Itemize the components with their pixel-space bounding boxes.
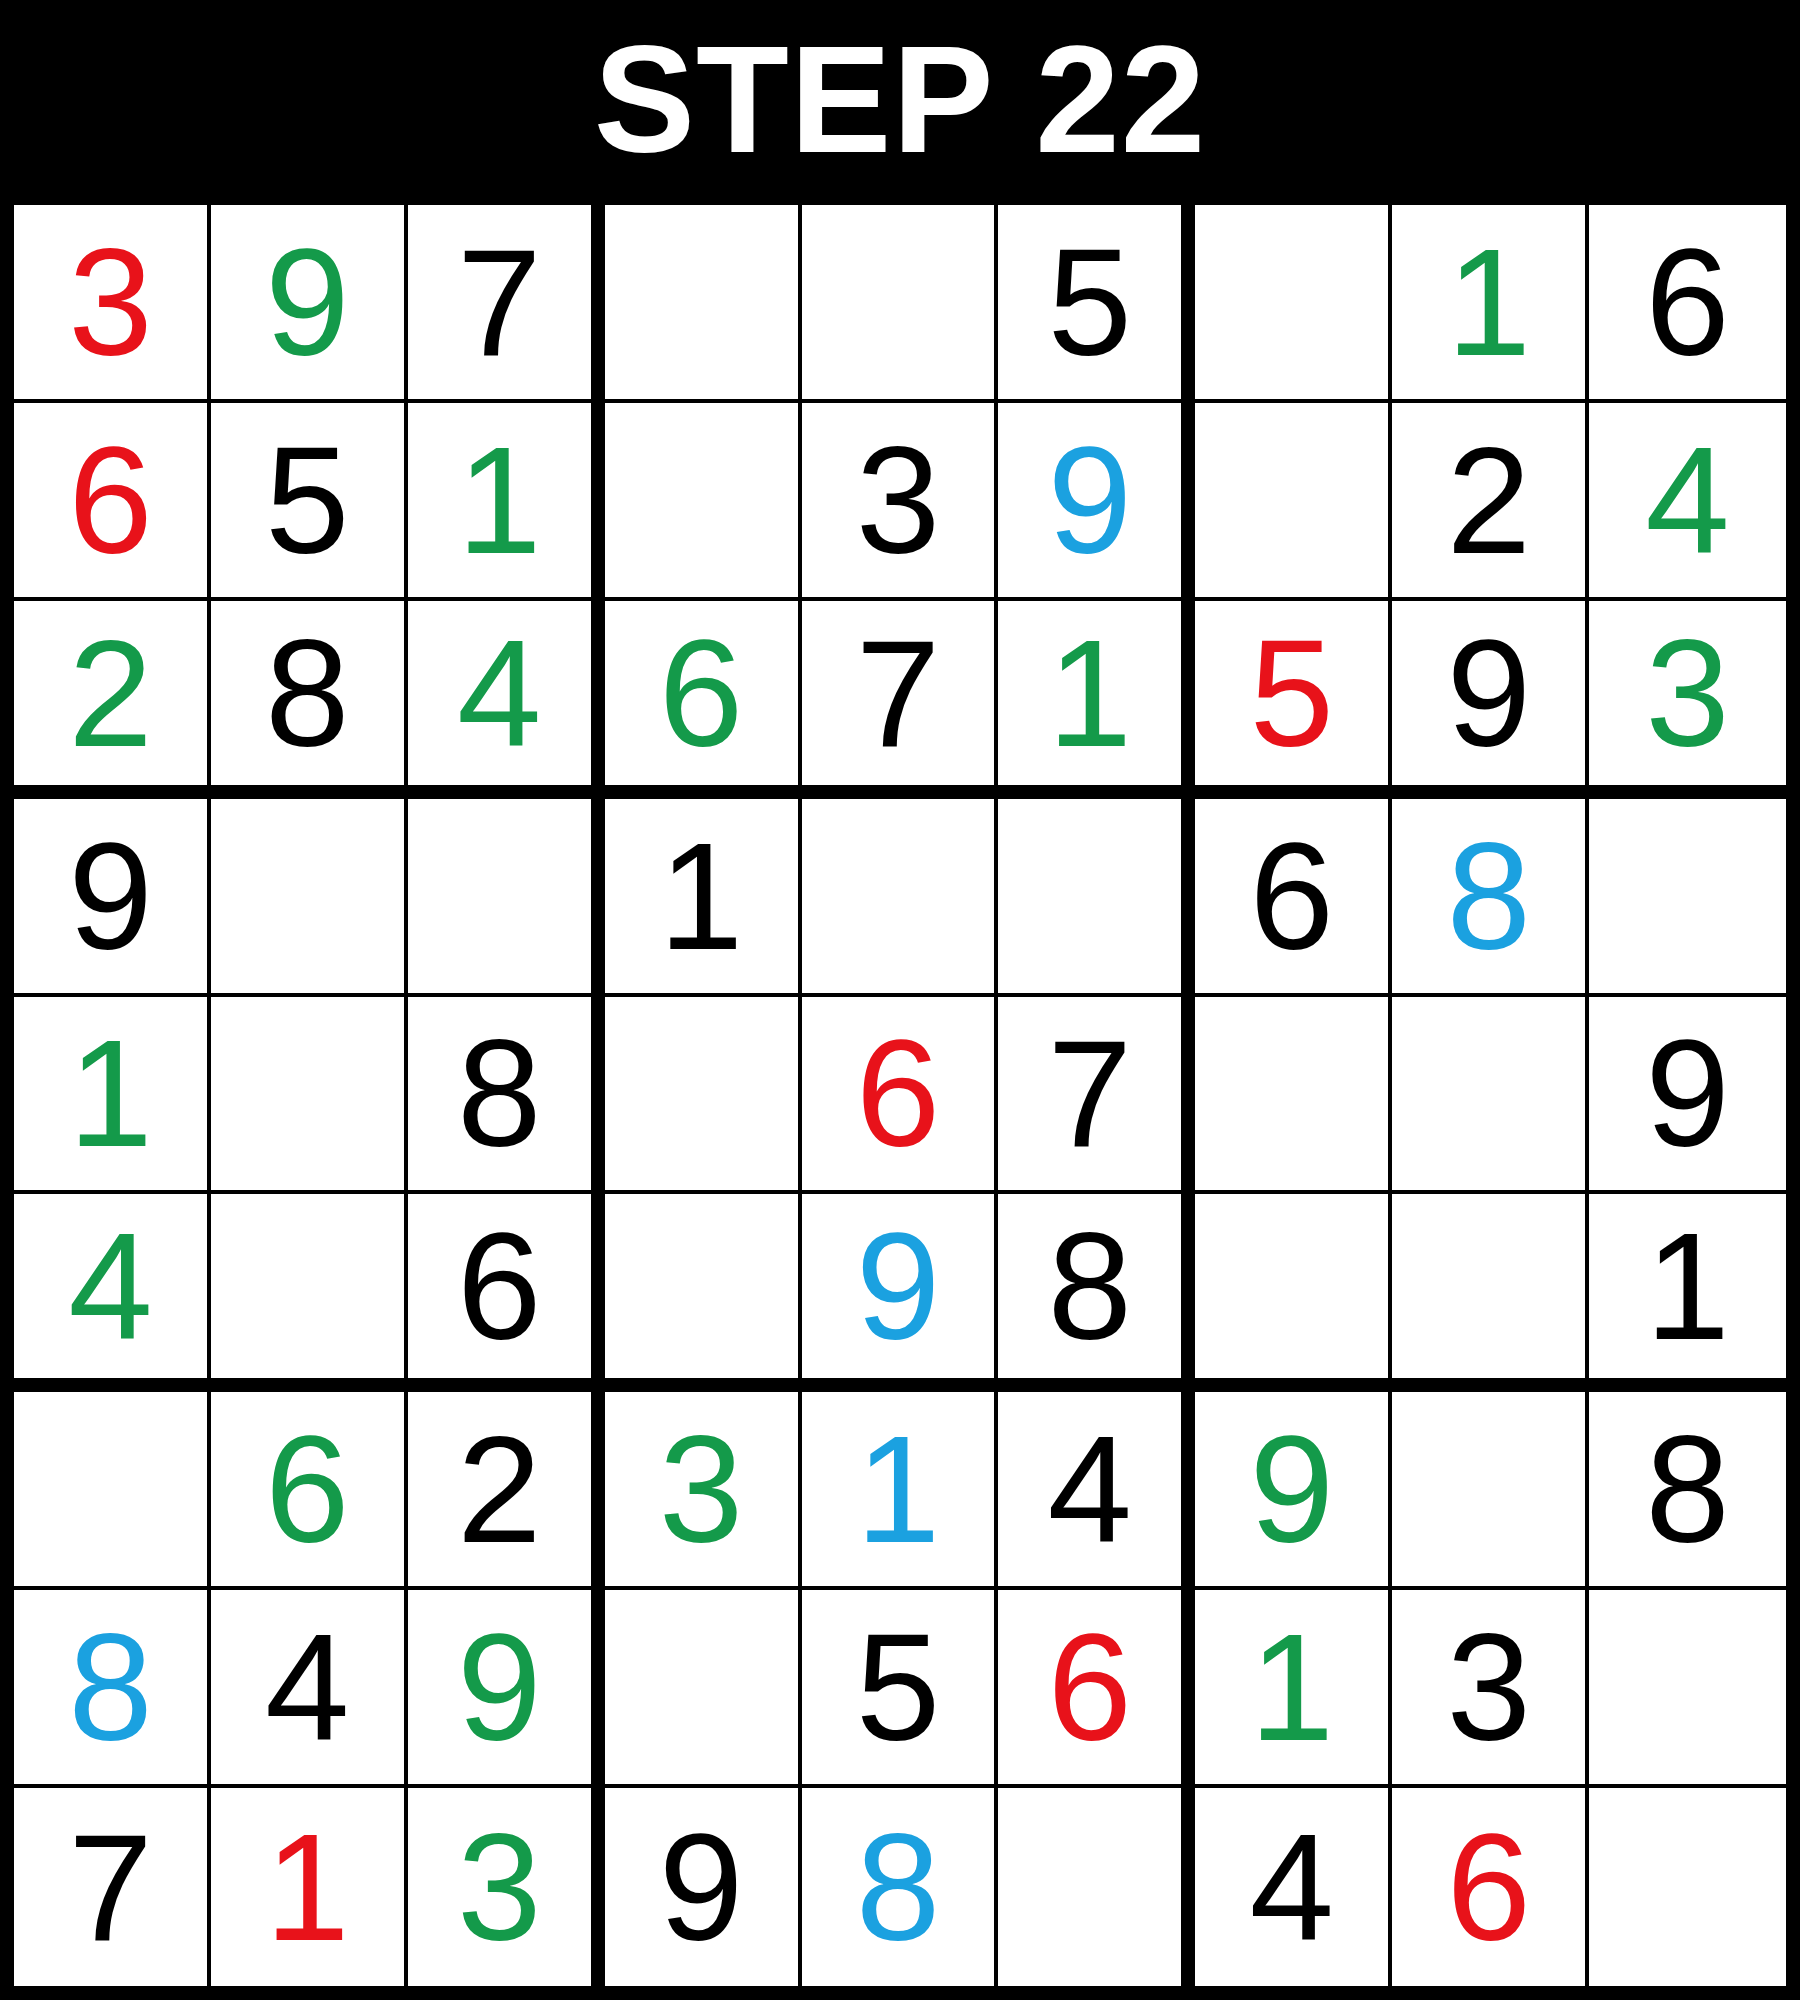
- cell-r3c9[interactable]: 3: [1589, 601, 1786, 799]
- cell-r9c9[interactable]: [1589, 1788, 1786, 1986]
- cell-r9c8[interactable]: 6: [1392, 1788, 1589, 1986]
- cell-r7c2[interactable]: 6: [211, 1392, 408, 1590]
- cell-r1c1[interactable]: 3: [14, 205, 211, 403]
- cell-r7c6[interactable]: 4: [998, 1392, 1195, 1590]
- cell-r4c9[interactable]: [1589, 799, 1786, 997]
- cell-r8c8[interactable]: 3: [1392, 1590, 1589, 1788]
- sudoku-board: 3975166513924284671593916818679469816231…: [0, 205, 1800, 2000]
- cell-r5c1[interactable]: 1: [14, 997, 211, 1195]
- cell-r1c7[interactable]: [1195, 205, 1392, 403]
- cell-r4c6[interactable]: [998, 799, 1195, 997]
- cell-r2c7[interactable]: [1195, 403, 1392, 601]
- cell-r1c3[interactable]: 7: [408, 205, 605, 403]
- cell-r2c1[interactable]: 6: [14, 403, 211, 601]
- cell-r4c8[interactable]: 8: [1392, 799, 1589, 997]
- cell-r1c2[interactable]: 9: [211, 205, 408, 403]
- cell-r4c2[interactable]: [211, 799, 408, 997]
- cell-r6c3[interactable]: 6: [408, 1194, 605, 1392]
- cell-r2c8[interactable]: 2: [1392, 403, 1589, 601]
- cell-r4c3[interactable]: [408, 799, 605, 997]
- cell-r6c1[interactable]: 4: [14, 1194, 211, 1392]
- cell-r7c9[interactable]: 8: [1589, 1392, 1786, 1590]
- sudoku-page: STEP 22 39751665139242846715939168186794…: [0, 0, 1800, 2000]
- cell-r9c3[interactable]: 3: [408, 1788, 605, 1986]
- cell-r5c6[interactable]: 7: [998, 997, 1195, 1195]
- cell-r7c4[interactable]: 3: [605, 1392, 802, 1590]
- cell-r7c1[interactable]: [14, 1392, 211, 1590]
- cell-r6c7[interactable]: [1195, 1194, 1392, 1392]
- cell-r1c9[interactable]: 6: [1589, 205, 1786, 403]
- cell-r6c4[interactable]: [605, 1194, 802, 1392]
- cell-r2c2[interactable]: 5: [211, 403, 408, 601]
- title-bar: STEP 22: [0, 0, 1800, 205]
- cell-r6c5[interactable]: 9: [802, 1194, 999, 1392]
- cell-r9c4[interactable]: 9: [605, 1788, 802, 1986]
- cell-r6c6[interactable]: 8: [998, 1194, 1195, 1392]
- cell-r3c5[interactable]: 7: [802, 601, 999, 799]
- cell-r5c7[interactable]: [1195, 997, 1392, 1195]
- cell-r3c3[interactable]: 4: [408, 601, 605, 799]
- cell-r8c5[interactable]: 5: [802, 1590, 999, 1788]
- cell-r9c2[interactable]: 1: [211, 1788, 408, 1986]
- cell-r2c4[interactable]: [605, 403, 802, 601]
- cell-r8c4[interactable]: [605, 1590, 802, 1788]
- cell-r2c3[interactable]: 1: [408, 403, 605, 601]
- cell-r3c6[interactable]: 1: [998, 601, 1195, 799]
- cell-r5c4[interactable]: [605, 997, 802, 1195]
- cell-r3c1[interactable]: 2: [14, 601, 211, 799]
- cell-r9c5[interactable]: 8: [802, 1788, 999, 1986]
- cell-r4c5[interactable]: [802, 799, 999, 997]
- cell-r4c4[interactable]: 1: [605, 799, 802, 997]
- cell-r5c3[interactable]: 8: [408, 997, 605, 1195]
- cell-r6c8[interactable]: [1392, 1194, 1589, 1392]
- cell-r8c7[interactable]: 1: [1195, 1590, 1392, 1788]
- cell-r5c8[interactable]: [1392, 997, 1589, 1195]
- cell-r1c8[interactable]: 1: [1392, 205, 1589, 403]
- cell-r3c4[interactable]: 6: [605, 601, 802, 799]
- cell-r9c6[interactable]: [998, 1788, 1195, 1986]
- cell-r5c9[interactable]: 9: [1589, 997, 1786, 1195]
- cell-r6c2[interactable]: [211, 1194, 408, 1392]
- cell-r7c3[interactable]: 2: [408, 1392, 605, 1590]
- cell-r8c6[interactable]: 6: [998, 1590, 1195, 1788]
- cell-r3c2[interactable]: 8: [211, 601, 408, 799]
- cell-r1c5[interactable]: [802, 205, 999, 403]
- cell-r3c7[interactable]: 5: [1195, 601, 1392, 799]
- cell-r3c8[interactable]: 9: [1392, 601, 1589, 799]
- cell-r6c9[interactable]: 1: [1589, 1194, 1786, 1392]
- step-title: STEP 22: [594, 23, 1207, 175]
- cell-r2c5[interactable]: 3: [802, 403, 999, 601]
- cell-r8c3[interactable]: 9: [408, 1590, 605, 1788]
- cell-r5c2[interactable]: [211, 997, 408, 1195]
- cell-r4c1[interactable]: 9: [14, 799, 211, 997]
- cell-r8c9[interactable]: [1589, 1590, 1786, 1788]
- cell-r1c6[interactable]: 5: [998, 205, 1195, 403]
- cell-r4c7[interactable]: 6: [1195, 799, 1392, 997]
- cell-r2c6[interactable]: 9: [998, 403, 1195, 601]
- cell-r9c7[interactable]: 4: [1195, 1788, 1392, 1986]
- cell-r7c5[interactable]: 1: [802, 1392, 999, 1590]
- cell-r8c2[interactable]: 4: [211, 1590, 408, 1788]
- cell-r8c1[interactable]: 8: [14, 1590, 211, 1788]
- cell-r7c7[interactable]: 9: [1195, 1392, 1392, 1590]
- cell-r5c5[interactable]: 6: [802, 997, 999, 1195]
- cell-r7c8[interactable]: [1392, 1392, 1589, 1590]
- cell-r9c1[interactable]: 7: [14, 1788, 211, 1986]
- cell-r2c9[interactable]: 4: [1589, 403, 1786, 601]
- cell-r1c4[interactable]: [605, 205, 802, 403]
